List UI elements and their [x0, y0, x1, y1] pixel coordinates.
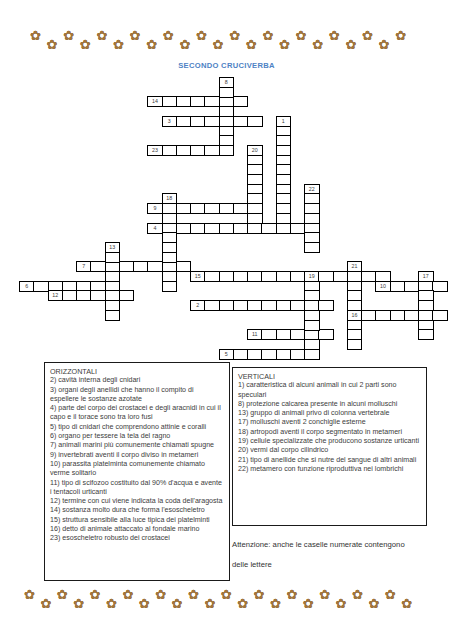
- clue-number: 2: [191, 301, 205, 310]
- grid-cell[interactable]: [318, 300, 334, 311]
- flower-icon: ✿: [96, 28, 107, 43]
- grid-cell[interactable]: [190, 145, 206, 156]
- flower-icon: ✿: [113, 37, 124, 52]
- flower-icon: ✿: [312, 37, 323, 52]
- clue-item: 21) tipo di anellide che si nutre del sa…: [238, 456, 421, 465]
- flower-icon: ✿: [329, 28, 340, 43]
- flower-icon: ✿: [237, 596, 248, 611]
- grid-cell[interactable]: 2: [190, 300, 206, 311]
- grid-cell[interactable]: [276, 271, 292, 282]
- grid-cell[interactable]: [176, 145, 192, 156]
- grid-cell[interactable]: 3: [162, 116, 178, 127]
- flower-icon: ✿: [122, 587, 133, 602]
- grid-cell[interactable]: [90, 261, 106, 272]
- flower-icon: ✿: [336, 596, 347, 611]
- flower-icon: ✿: [270, 596, 281, 611]
- grid-cell[interactable]: 17: [418, 271, 434, 282]
- grid-cell[interactable]: [290, 223, 306, 234]
- grid-cell[interactable]: 15: [190, 271, 206, 282]
- grid-cell[interactable]: 18: [162, 193, 178, 204]
- grid-cell[interactable]: [333, 271, 349, 282]
- flower-icon: ✿: [146, 37, 157, 52]
- attention-note-line1: Attenzione: anche le caselle numerate co…: [232, 540, 442, 549]
- grid-cell[interactable]: 5: [219, 349, 235, 360]
- grid-cell[interactable]: [162, 281, 178, 292]
- grid-cell[interactable]: [162, 213, 178, 224]
- clue-number: 15: [191, 272, 205, 281]
- clue-number: 13: [106, 243, 120, 252]
- clue-number: 9: [148, 204, 162, 213]
- grid-cell[interactable]: [361, 271, 377, 282]
- clue-number: 4: [148, 224, 162, 233]
- grid-cell[interactable]: [290, 271, 306, 282]
- grid-cell[interactable]: [390, 281, 406, 292]
- grid-cell[interactable]: [62, 290, 78, 301]
- clue-item: 23) esoscheletro robusto dei crostacei: [50, 534, 224, 543]
- grid-cell[interactable]: [247, 349, 263, 360]
- grid-cell[interactable]: [247, 213, 263, 224]
- page-title: SECONDO CRUCIVERBA: [0, 61, 453, 70]
- clue-item: 15) struttura sensibile alla luce tipica…: [50, 516, 224, 525]
- clue-number: 3: [163, 117, 177, 126]
- grid-cell[interactable]: [261, 223, 277, 234]
- flower-icon: ✿: [303, 596, 314, 611]
- grid-cell[interactable]: [347, 300, 363, 311]
- grid-cell[interactable]: [418, 329, 434, 340]
- down-clues-title: VERTICALI: [238, 372, 421, 381]
- grid-cell[interactable]: [162, 145, 178, 156]
- flower-icon: ✿: [163, 28, 174, 43]
- clue-item: 4) parte del corpo dei crostacei e degli…: [50, 404, 224, 423]
- clue-number: 12: [49, 291, 63, 300]
- grid-cell[interactable]: [105, 271, 121, 282]
- grid-cell[interactable]: [219, 145, 235, 156]
- grid-cell[interactable]: [90, 290, 106, 301]
- flower-icon: ✿: [130, 28, 141, 43]
- clue-item: 13) gruppo di animali privo di colonna v…: [238, 409, 421, 418]
- clue-item: 14) sostanza molto dura che forma l'esos…: [50, 506, 224, 515]
- bottom-flower-border: ✿✿✿✿✿✿✿✿✿✿✿✿✿✿✿✿✿✿✿✿✿✿✿✿: [0, 587, 453, 621]
- grid-cell[interactable]: [418, 300, 434, 311]
- grid-cell[interactable]: [290, 329, 306, 340]
- grid-cell[interactable]: [261, 300, 277, 311]
- grid-cell[interactable]: [375, 310, 391, 321]
- across-clues-title: ORIZZONTALI: [50, 367, 224, 376]
- flower-icon: ✿: [139, 596, 150, 611]
- grid-cell[interactable]: [219, 135, 235, 146]
- grid-cell[interactable]: [261, 349, 277, 360]
- grid-cell[interactable]: [261, 329, 277, 340]
- grid-cell[interactable]: [233, 349, 249, 360]
- grid-cell[interactable]: [304, 242, 320, 253]
- grid-cell[interactable]: [247, 300, 263, 311]
- grid-cell[interactable]: [176, 96, 192, 107]
- flower-icon: ✿: [90, 587, 101, 602]
- flower-icon: ✿: [221, 587, 232, 602]
- flower-icon: ✿: [401, 596, 412, 611]
- grid-cell[interactable]: 4: [147, 223, 163, 234]
- grid-cell[interactable]: [204, 203, 220, 214]
- clue-item: 19) cellule specializzate che producono …: [238, 437, 421, 446]
- grid-cell[interactable]: 14: [147, 96, 163, 107]
- grid-cell[interactable]: [219, 203, 235, 214]
- flower-icon: ✿: [106, 596, 117, 611]
- grid-cell[interactable]: [233, 116, 249, 127]
- grid-cell[interactable]: [247, 193, 263, 204]
- grid-cell[interactable]: [190, 116, 206, 127]
- grid-cell[interactable]: 12: [48, 290, 64, 301]
- clue-item: 18) artropodi aventi il corpo segmentato…: [238, 428, 421, 437]
- grid-cell[interactable]: [219, 271, 235, 282]
- grid-cell[interactable]: [304, 349, 320, 360]
- flower-icon: ✿: [40, 596, 51, 611]
- grid-cell[interactable]: [176, 203, 192, 214]
- clue-item: 17) molluschi aventi 2 conchiglie estern…: [238, 418, 421, 427]
- clue-number: 5: [220, 350, 234, 359]
- grid-cell[interactable]: [233, 223, 249, 234]
- flower-icon: ✿: [204, 596, 215, 611]
- grid-cell[interactable]: [204, 300, 220, 311]
- grid-cell[interactable]: [347, 339, 363, 350]
- grid-cell[interactable]: [33, 281, 49, 292]
- top-flower-border: ✿✿✿✿✿✿✿✿✿✿✿✿✿✿✿✿✿✿✿✿✿✿✿: [0, 28, 453, 62]
- grid-cell[interactable]: [105, 310, 121, 321]
- grid-cell[interactable]: [361, 310, 377, 321]
- across-clues-box: ORIZZONTALI 2) cavità interna degli cnid…: [44, 362, 230, 581]
- flower-icon: ✿: [179, 37, 190, 52]
- clue-number: 7: [77, 262, 91, 271]
- grid-cell[interactable]: [233, 271, 249, 282]
- clue-number: 6: [20, 282, 34, 291]
- flower-icon: ✿: [80, 37, 91, 52]
- grid-cell[interactable]: [390, 310, 406, 321]
- grid-cell[interactable]: [290, 300, 306, 311]
- clue-item: 2) cavità interna degli cnidari: [50, 376, 224, 385]
- grid-cell[interactable]: [219, 223, 235, 234]
- flower-icon: ✿: [262, 28, 273, 43]
- flower-icon: ✿: [73, 596, 84, 611]
- flower-icon: ✿: [47, 37, 58, 52]
- grid-cell[interactable]: [233, 300, 249, 311]
- grid-cell[interactable]: [276, 300, 292, 311]
- grid-cell[interactable]: [233, 203, 249, 214]
- down-clues-list: 1) caratteristica di alcuni animali in c…: [238, 381, 421, 474]
- flower-icon: ✿: [24, 587, 35, 602]
- grid-cell[interactable]: 7: [76, 261, 92, 272]
- grid-cell[interactable]: [276, 329, 292, 340]
- grid-cell[interactable]: [176, 223, 192, 234]
- clue-number: 22: [305, 185, 319, 194]
- grid-cell[interactable]: [204, 145, 220, 156]
- clue-item: 6) organo per tessere la tela del ragno: [50, 432, 224, 441]
- grid-cell[interactable]: [190, 96, 206, 107]
- grid-cell[interactable]: 9: [147, 203, 163, 214]
- flower-icon: ✿: [57, 587, 68, 602]
- grid-cell[interactable]: [318, 329, 334, 340]
- crossword-grid: 1432394715196101221611581202218132117: [19, 77, 453, 361]
- clue-item: 10) parassita platelminta comunemente ch…: [50, 460, 224, 479]
- clue-number: 17: [419, 272, 433, 281]
- clue-item: 12) termine con cui viene indicata la co…: [50, 497, 224, 506]
- grid-cell[interactable]: [432, 310, 448, 321]
- grid-cell[interactable]: [404, 310, 420, 321]
- grid-cell[interactable]: 11: [247, 329, 263, 340]
- grid-cell[interactable]: [119, 290, 135, 301]
- clue-item: 16) detto di animale attaccato al fondal…: [50, 525, 224, 534]
- down-clues-box: VERTICALI 1) caratteristica di alcuni an…: [232, 367, 427, 526]
- clue-item: 7) animali marini più comunemente chiama…: [50, 441, 224, 450]
- grid-cell[interactable]: [404, 281, 420, 292]
- grid-cell[interactable]: 23: [147, 145, 163, 156]
- grid-cell[interactable]: [190, 203, 206, 214]
- clue-item: 9) invertebrati aventi il corpo diviso i…: [50, 451, 224, 460]
- grid-cell[interactable]: [204, 223, 220, 234]
- clue-number: 10: [376, 282, 390, 291]
- clue-number: 18: [163, 194, 177, 203]
- grid-cell[interactable]: [276, 213, 292, 224]
- grid-cell[interactable]: [176, 116, 192, 127]
- clue-item: 5) tipo di cnidari che comprendono attin…: [50, 423, 224, 432]
- grid-cell[interactable]: [204, 116, 220, 127]
- grid-cell[interactable]: [204, 96, 220, 107]
- flower-icon: ✿: [229, 28, 240, 43]
- grid-cell[interactable]: [219, 106, 235, 117]
- grid-cell[interactable]: [304, 213, 320, 224]
- clue-number: 21: [348, 262, 362, 271]
- clue-item: 3) organi degli anellidi che hanno il co…: [50, 386, 224, 405]
- clue-item: 8) protezione calcarea presente in alcun…: [238, 400, 421, 409]
- grid-cell[interactable]: [190, 223, 206, 234]
- flower-icon: ✿: [172, 596, 183, 611]
- across-clues-list: 2) cavità interna degli cnidari3) organi…: [50, 376, 224, 543]
- flower-icon: ✿: [395, 28, 406, 43]
- flower-icon: ✿: [246, 37, 257, 52]
- clue-item: 11) tipo di scifozoo costituito dal 90% …: [50, 479, 224, 498]
- grid-cell[interactable]: [290, 349, 306, 360]
- grid-cell[interactable]: [162, 252, 178, 263]
- flower-icon: ✿: [188, 587, 199, 602]
- grid-cell[interactable]: [233, 96, 249, 107]
- grid-cell[interactable]: [276, 349, 292, 360]
- grid-cell[interactable]: [133, 261, 149, 272]
- clue-number: 14: [148, 97, 162, 106]
- flower-icon: ✿: [30, 28, 41, 43]
- grid-cell[interactable]: [76, 290, 92, 301]
- clue-item: 22) metamero con funzione riproduttiva n…: [238, 465, 421, 474]
- flower-icon: ✿: [319, 587, 330, 602]
- clue-number: 11: [248, 330, 262, 339]
- clue-number: 1: [277, 117, 291, 126]
- grid-cell[interactable]: [276, 223, 292, 234]
- flower-icon: ✿: [196, 28, 207, 43]
- grid-cell[interactable]: 21: [347, 261, 363, 272]
- flower-icon: ✿: [345, 37, 356, 52]
- grid-cell[interactable]: [219, 300, 235, 311]
- attention-note-line2: delle lettere: [232, 560, 442, 569]
- clue-item: 20) vermi dal corpo cilindrico: [238, 446, 421, 455]
- clue-number: 8: [220, 78, 234, 87]
- grid-cell[interactable]: [219, 87, 235, 98]
- grid-cell[interactable]: 6: [19, 281, 35, 292]
- grid-cell[interactable]: [204, 271, 220, 282]
- flower-icon: ✿: [254, 587, 265, 602]
- grid-cell[interactable]: [247, 116, 263, 127]
- clue-number: 16: [348, 311, 362, 320]
- grid-cell[interactable]: [119, 261, 135, 272]
- flower-icon: ✿: [286, 587, 297, 602]
- flower-icon: ✿: [368, 596, 379, 611]
- grid-cell[interactable]: [162, 96, 178, 107]
- flower-icon: ✿: [352, 587, 363, 602]
- clue-number: 23: [148, 146, 162, 155]
- grid-cell[interactable]: [261, 271, 277, 282]
- clue-number: 19: [305, 272, 319, 281]
- flower-icon: ✿: [63, 28, 74, 43]
- flower-icon: ✿: [362, 28, 373, 43]
- grid-cell[interactable]: [304, 339, 320, 350]
- grid-cell[interactable]: [176, 261, 192, 272]
- flower-icon: ✿: [155, 587, 166, 602]
- grid-cell[interactable]: [247, 223, 263, 234]
- grid-cell[interactable]: [247, 271, 263, 282]
- flower-icon: ✿: [379, 37, 390, 52]
- grid-cell[interactable]: [304, 290, 320, 301]
- grid-cell[interactable]: [432, 281, 448, 292]
- grid-cell[interactable]: [105, 252, 121, 263]
- flower-icon: ✿: [385, 587, 396, 602]
- grid-cell[interactable]: [147, 261, 163, 272]
- flower-icon: ✿: [213, 37, 224, 52]
- flower-icon: ✿: [296, 28, 307, 43]
- grid-cell[interactable]: 10: [375, 281, 391, 292]
- grid-cell[interactable]: [304, 320, 320, 331]
- grid-cell[interactable]: [318, 271, 334, 282]
- clue-item: 1) caratteristica di alcuni animali in c…: [238, 381, 421, 400]
- clue-number: 20: [248, 146, 262, 155]
- flower-icon: ✿: [279, 37, 290, 52]
